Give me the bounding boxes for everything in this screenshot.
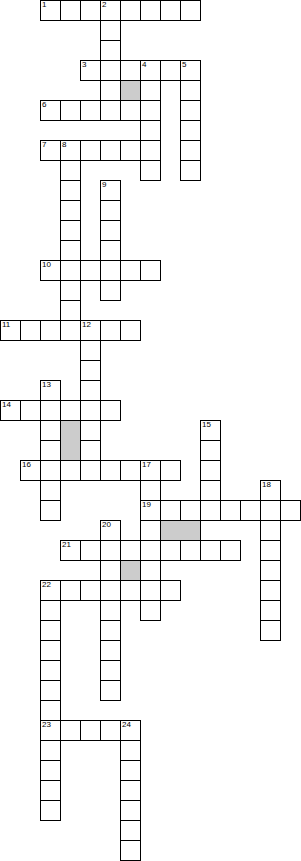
- crossword-cell[interactable]: [100, 180, 121, 201]
- crossword-cell[interactable]: [40, 720, 61, 741]
- crossword-cell[interactable]: [180, 60, 201, 81]
- crossword-cell[interactable]: [80, 260, 101, 281]
- crossword-cell[interactable]: [260, 600, 281, 621]
- crossword-cell[interactable]: [80, 140, 101, 161]
- crossword-cell[interactable]: [120, 720, 141, 741]
- crossword-cell[interactable]: [200, 460, 221, 481]
- crossword-cell[interactable]: [100, 560, 121, 581]
- crossword-cell[interactable]: [140, 560, 161, 581]
- crossword-cell[interactable]: [40, 680, 61, 701]
- crossword-cell[interactable]: [120, 540, 141, 561]
- crossword-cell[interactable]: [120, 320, 141, 341]
- crossword-cell-shaded[interactable]: [120, 560, 141, 581]
- crossword-cell[interactable]: [60, 220, 81, 241]
- crossword-cell[interactable]: [140, 260, 161, 281]
- crossword-cell-shaded[interactable]: [60, 420, 81, 441]
- crossword-cell[interactable]: [200, 500, 221, 521]
- crossword-cell[interactable]: [60, 300, 81, 321]
- crossword-cell[interactable]: [140, 60, 161, 81]
- crossword-cell[interactable]: [100, 720, 121, 741]
- crossword-cell[interactable]: [140, 460, 161, 481]
- crossword-cell-shaded[interactable]: [180, 520, 201, 541]
- crossword-cell[interactable]: [80, 400, 101, 421]
- crossword-cell[interactable]: [0, 400, 21, 421]
- crossword-cell[interactable]: [120, 760, 141, 781]
- crossword-cell[interactable]: [60, 320, 81, 341]
- crossword-cell[interactable]: [40, 500, 61, 521]
- crossword-cell-shaded[interactable]: [60, 440, 81, 461]
- crossword-cell[interactable]: [80, 380, 101, 401]
- crossword-board: 123456789101112131415161718192021222324: [0, 0, 301, 861]
- crossword-cell[interactable]: [120, 780, 141, 801]
- crossword-cell[interactable]: [140, 520, 161, 541]
- crossword-cell[interactable]: [100, 600, 121, 621]
- crossword-cell[interactable]: [40, 100, 61, 121]
- crossword-cell[interactable]: [180, 160, 201, 181]
- crossword-cell[interactable]: [40, 420, 61, 441]
- crossword-cell[interactable]: [120, 100, 141, 121]
- crossword-cell[interactable]: [0, 320, 21, 341]
- crossword-cell[interactable]: [100, 80, 121, 101]
- crossword-cell[interactable]: [40, 140, 61, 161]
- crossword-cell[interactable]: [100, 320, 121, 341]
- crossword-cell[interactable]: [180, 80, 201, 101]
- crossword-cell[interactable]: [140, 580, 161, 601]
- crossword-cell[interactable]: [100, 540, 121, 561]
- crossword-cell[interactable]: [80, 460, 101, 481]
- crossword-cell[interactable]: [100, 460, 121, 481]
- crossword-cell[interactable]: [60, 200, 81, 221]
- crossword-cell[interactable]: [20, 400, 41, 421]
- crossword-cell[interactable]: [20, 460, 41, 481]
- crossword-cell[interactable]: [40, 760, 61, 781]
- crossword-cell[interactable]: [160, 60, 181, 81]
- crossword-cell[interactable]: [40, 800, 61, 821]
- crossword-cell[interactable]: [40, 660, 61, 681]
- crossword-cell[interactable]: [260, 560, 281, 581]
- crossword-cell[interactable]: [60, 100, 81, 121]
- crossword-cell[interactable]: [260, 580, 281, 601]
- crossword-cell[interactable]: [220, 540, 241, 561]
- crossword-cell[interactable]: [40, 480, 61, 501]
- crossword-cell[interactable]: [80, 340, 101, 361]
- crossword-cell-shaded[interactable]: [160, 520, 181, 541]
- crossword-cell[interactable]: [160, 0, 181, 21]
- crossword-cell[interactable]: [140, 120, 161, 141]
- crossword-cell[interactable]: [140, 540, 161, 561]
- crossword-cell[interactable]: [60, 180, 81, 201]
- crossword-cell[interactable]: [100, 580, 121, 601]
- crossword-cell[interactable]: [80, 60, 101, 81]
- crossword-cell[interactable]: [140, 480, 161, 501]
- crossword-cell[interactable]: [120, 460, 141, 481]
- crossword-cell[interactable]: [260, 480, 281, 501]
- crossword-cell[interactable]: [40, 0, 61, 21]
- crossword-cell[interactable]: [40, 320, 61, 341]
- crossword-cell[interactable]: [120, 140, 141, 161]
- crossword-cell[interactable]: [100, 660, 121, 681]
- crossword-cell[interactable]: [120, 260, 141, 281]
- crossword-cell[interactable]: [140, 500, 161, 521]
- crossword-cell[interactable]: [180, 100, 201, 121]
- crossword-cell[interactable]: [280, 500, 301, 521]
- crossword-cell[interactable]: [140, 80, 161, 101]
- crossword-cell[interactable]: [60, 400, 81, 421]
- crossword-cell[interactable]: [40, 580, 61, 601]
- crossword-cell[interactable]: [80, 580, 101, 601]
- crossword-cell[interactable]: [40, 260, 61, 281]
- crossword-cell[interactable]: [60, 720, 81, 741]
- crossword-cell[interactable]: [80, 440, 101, 461]
- crossword-cell[interactable]: [100, 280, 121, 301]
- crossword-cell[interactable]: [140, 600, 161, 621]
- crossword-cell[interactable]: [120, 580, 141, 601]
- crossword-cell[interactable]: [80, 320, 101, 341]
- crossword-cell[interactable]: [60, 540, 81, 561]
- crossword-cell[interactable]: [260, 520, 281, 541]
- crossword-cell[interactable]: [80, 540, 101, 561]
- crossword-cell[interactable]: [100, 220, 121, 241]
- crossword-cell[interactable]: [180, 140, 201, 161]
- crossword-cell[interactable]: [240, 500, 261, 521]
- crossword-cell[interactable]: [260, 540, 281, 561]
- crossword-cell[interactable]: [120, 0, 141, 21]
- crossword-cell[interactable]: [140, 160, 161, 181]
- crossword-cell[interactable]: [40, 640, 61, 661]
- crossword-cell[interactable]: [100, 60, 121, 81]
- crossword-cell[interactable]: [180, 500, 201, 521]
- crossword-cell[interactable]: [40, 400, 61, 421]
- crossword-cell[interactable]: [60, 140, 81, 161]
- crossword-cell[interactable]: [100, 520, 121, 541]
- crossword-cell[interactable]: [100, 0, 121, 21]
- crossword-cell[interactable]: [40, 440, 61, 461]
- crossword-cell[interactable]: [80, 360, 101, 381]
- crossword-cell[interactable]: [120, 800, 141, 821]
- crossword-cell[interactable]: [220, 500, 241, 521]
- crossword-cell[interactable]: [40, 740, 61, 761]
- crossword-cell[interactable]: [120, 60, 141, 81]
- crossword-cell[interactable]: [60, 260, 81, 281]
- crossword-cell[interactable]: [100, 200, 121, 221]
- crossword-cell[interactable]: [100, 640, 121, 661]
- crossword-cell[interactable]: [60, 580, 81, 601]
- crossword-cell[interactable]: [200, 480, 221, 501]
- crossword-cell[interactable]: [40, 700, 61, 721]
- crossword-cell[interactable]: [100, 100, 121, 121]
- crossword-cell[interactable]: [100, 620, 121, 641]
- crossword-cell[interactable]: [60, 0, 81, 21]
- crossword-cell[interactable]: [200, 420, 221, 441]
- crossword-cell[interactable]: [80, 720, 101, 741]
- crossword-cell[interactable]: [160, 580, 181, 601]
- crossword-cell[interactable]: [100, 260, 121, 281]
- crossword-cell[interactable]: [100, 140, 121, 161]
- crossword-cell[interactable]: [80, 0, 101, 21]
- crossword-cell[interactable]: [40, 780, 61, 801]
- crossword-cell[interactable]: [60, 160, 81, 181]
- crossword-cell[interactable]: [180, 120, 201, 141]
- crossword-cell[interactable]: [20, 320, 41, 341]
- crossword-cell-shaded[interactable]: [120, 80, 141, 101]
- crossword-cell[interactable]: [180, 0, 201, 21]
- crossword-cell[interactable]: [180, 540, 201, 561]
- crossword-cell[interactable]: [100, 20, 121, 41]
- crossword-cell[interactable]: [140, 100, 161, 121]
- crossword-cell[interactable]: [80, 100, 101, 121]
- crossword-cell[interactable]: [120, 840, 141, 861]
- crossword-cell[interactable]: [200, 540, 221, 561]
- crossword-cell[interactable]: [160, 500, 181, 521]
- crossword-cell[interactable]: [140, 140, 161, 161]
- crossword-cell[interactable]: [80, 420, 101, 441]
- crossword-cell[interactable]: [260, 620, 281, 641]
- crossword-cell[interactable]: [140, 0, 161, 21]
- crossword-cell[interactable]: [120, 740, 141, 761]
- crossword-cell[interactable]: [40, 380, 61, 401]
- crossword-cell[interactable]: [100, 240, 121, 261]
- crossword-cell[interactable]: [40, 460, 61, 481]
- crossword-cell[interactable]: [100, 40, 121, 61]
- crossword-cell[interactable]: [160, 460, 181, 481]
- crossword-cell[interactable]: [120, 820, 141, 841]
- crossword-cell[interactable]: [200, 440, 221, 461]
- crossword-cell[interactable]: [60, 280, 81, 301]
- crossword-cell[interactable]: [100, 400, 121, 421]
- crossword-cell[interactable]: [40, 600, 61, 621]
- crossword-cell[interactable]: [60, 240, 81, 261]
- crossword-cell[interactable]: [100, 680, 121, 701]
- crossword-cell[interactable]: [260, 500, 281, 521]
- crossword-cell[interactable]: [60, 460, 81, 481]
- crossword-cell[interactable]: [160, 540, 181, 561]
- crossword-cell[interactable]: [40, 620, 61, 641]
